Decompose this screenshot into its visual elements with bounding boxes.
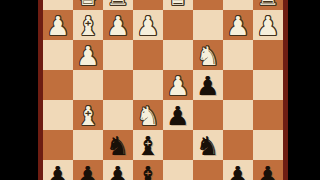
board-border-right <box>283 0 288 180</box>
square-b4[interactable] <box>223 70 253 100</box>
square-b3[interactable] <box>223 40 253 70</box>
square-f6[interactable]: ♞ <box>103 130 133 160</box>
screenshot-root: ♚♜♛♜♟♝♟♟♟♟♟♞♟♟♝♞♟♞♝♞♟♟♟♝♟♟♜♚♛♜ <box>0 0 320 180</box>
square-a2[interactable]: ♟ <box>253 10 283 40</box>
square-a3[interactable] <box>253 40 283 70</box>
square-c4[interactable]: ♟ <box>193 70 223 100</box>
square-d6[interactable] <box>163 130 193 160</box>
square-h3[interactable] <box>43 40 73 70</box>
square-b7[interactable]: ♟ <box>223 160 253 180</box>
white-rook[interactable]: ♜ <box>256 0 279 11</box>
white-pawn[interactable]: ♟ <box>136 11 159 41</box>
square-e1[interactable] <box>133 0 163 10</box>
white-knight[interactable]: ♞ <box>196 41 219 71</box>
square-h4[interactable] <box>43 70 73 100</box>
square-b6[interactable] <box>223 130 253 160</box>
square-a6[interactable] <box>253 130 283 160</box>
square-a4[interactable] <box>253 70 283 100</box>
square-e7[interactable]: ♝ <box>133 160 163 180</box>
white-pawn[interactable]: ♟ <box>106 11 129 41</box>
square-f5[interactable] <box>103 100 133 130</box>
square-e4[interactable] <box>133 70 163 100</box>
square-g1[interactable]: ♚ <box>73 0 103 10</box>
square-b5[interactable] <box>223 100 253 130</box>
square-d1[interactable]: ♛ <box>163 0 193 10</box>
square-d4[interactable]: ♟ <box>163 70 193 100</box>
black-pawn[interactable]: ♟ <box>256 161 279 180</box>
square-a1[interactable]: ♜ <box>253 0 283 10</box>
white-pawn[interactable]: ♟ <box>46 11 69 41</box>
square-h5[interactable] <box>43 100 73 130</box>
square-c1[interactable] <box>193 0 223 10</box>
black-bishop[interactable]: ♝ <box>136 161 159 180</box>
white-pawn[interactable]: ♟ <box>166 71 189 101</box>
square-h6[interactable] <box>43 130 73 160</box>
square-d3[interactable] <box>163 40 193 70</box>
square-d5[interactable]: ♟ <box>163 100 193 130</box>
square-c6[interactable]: ♞ <box>193 130 223 160</box>
white-pawn[interactable]: ♟ <box>256 11 279 41</box>
square-g4[interactable] <box>73 70 103 100</box>
square-b1[interactable] <box>223 0 253 10</box>
square-c2[interactable] <box>193 10 223 40</box>
square-f7[interactable]: ♟ <box>103 160 133 180</box>
square-f2[interactable]: ♟ <box>103 10 133 40</box>
square-c5[interactable] <box>193 100 223 130</box>
square-d7[interactable] <box>163 160 193 180</box>
white-knight[interactable]: ♞ <box>136 101 159 131</box>
white-pawn[interactable]: ♟ <box>76 41 99 71</box>
square-g2[interactable]: ♝ <box>73 10 103 40</box>
square-f4[interactable] <box>103 70 133 100</box>
square-g3[interactable]: ♟ <box>73 40 103 70</box>
black-bishop[interactable]: ♝ <box>136 131 159 161</box>
white-rook[interactable]: ♜ <box>106 0 129 11</box>
square-h2[interactable]: ♟ <box>43 10 73 40</box>
white-bishop[interactable]: ♝ <box>76 11 99 41</box>
chess-board: ♚♜♛♜♟♝♟♟♟♟♟♞♟♟♝♞♟♞♝♞♟♟♟♝♟♟♜♚♛♜ <box>43 0 283 180</box>
square-f1[interactable]: ♜ <box>103 0 133 10</box>
square-e2[interactable]: ♟ <box>133 10 163 40</box>
board-border-left <box>38 0 43 180</box>
square-d2[interactable] <box>163 10 193 40</box>
square-e6[interactable]: ♝ <box>133 130 163 160</box>
black-pawn[interactable]: ♟ <box>166 101 189 131</box>
black-pawn[interactable]: ♟ <box>76 161 99 180</box>
square-a5[interactable] <box>253 100 283 130</box>
black-pawn[interactable]: ♟ <box>46 161 69 180</box>
square-a7[interactable]: ♟ <box>253 160 283 180</box>
square-c3[interactable]: ♞ <box>193 40 223 70</box>
square-c7[interactable] <box>193 160 223 180</box>
black-pawn[interactable]: ♟ <box>106 161 129 180</box>
square-e5[interactable]: ♞ <box>133 100 163 130</box>
square-b2[interactable]: ♟ <box>223 10 253 40</box>
white-queen[interactable]: ♛ <box>166 0 189 11</box>
black-pawn[interactable]: ♟ <box>226 161 249 180</box>
square-f3[interactable] <box>103 40 133 70</box>
square-g5[interactable]: ♝ <box>73 100 103 130</box>
square-g7[interactable]: ♟ <box>73 160 103 180</box>
square-e3[interactable] <box>133 40 163 70</box>
square-g6[interactable] <box>73 130 103 160</box>
square-h1[interactable] <box>43 0 73 10</box>
black-pawn[interactable]: ♟ <box>196 71 219 101</box>
black-knight[interactable]: ♞ <box>106 131 129 161</box>
square-h7[interactable]: ♟ <box>43 160 73 180</box>
white-pawn[interactable]: ♟ <box>226 11 249 41</box>
white-bishop[interactable]: ♝ <box>76 101 99 131</box>
white-king[interactable]: ♚ <box>76 0 99 11</box>
black-knight[interactable]: ♞ <box>196 131 219 161</box>
